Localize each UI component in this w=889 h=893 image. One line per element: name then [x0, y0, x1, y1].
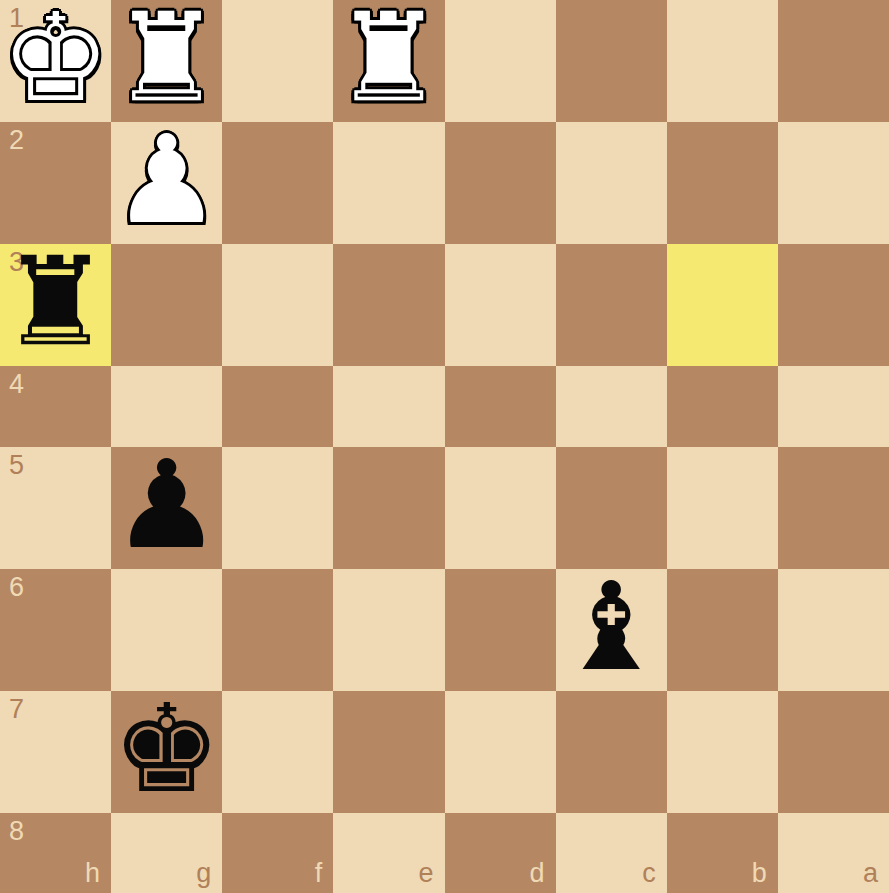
square-h6[interactable]: 6: [0, 569, 111, 691]
square-d2[interactable]: [445, 122, 556, 244]
square-g6[interactable]: [111, 569, 222, 691]
square-f8[interactable]: f: [222, 813, 333, 893]
square-b1[interactable]: [667, 0, 778, 122]
square-b2[interactable]: [667, 122, 778, 244]
square-g3[interactable]: [111, 244, 222, 366]
file-label-d: d: [530, 860, 545, 887]
square-a6[interactable]: [778, 569, 889, 691]
file-label-a: a: [863, 860, 878, 887]
square-c2[interactable]: [556, 122, 667, 244]
square-d8[interactable]: d: [445, 813, 556, 893]
file-label-g: g: [196, 860, 211, 887]
square-c8[interactable]: c: [556, 813, 667, 893]
square-h4[interactable]: 4: [0, 366, 111, 447]
square-c5[interactable]: [556, 447, 667, 569]
square-b7[interactable]: [667, 691, 778, 813]
square-b5[interactable]: [667, 447, 778, 569]
square-e5[interactable]: [333, 447, 444, 569]
square-f1[interactable]: [222, 0, 333, 122]
square-b4[interactable]: [667, 366, 778, 447]
square-a5[interactable]: [778, 447, 889, 569]
square-f5[interactable]: [222, 447, 333, 569]
white-king[interactable]: ♚: [1, 0, 110, 119]
square-a1[interactable]: [778, 0, 889, 122]
square-e8[interactable]: e: [333, 813, 444, 893]
square-g1[interactable]: ♜: [111, 0, 222, 122]
square-a3[interactable]: [778, 244, 889, 366]
rank-label-6: 6: [9, 574, 24, 601]
rank-label-5: 5: [9, 452, 24, 479]
square-f4[interactable]: [222, 366, 333, 447]
square-b8[interactable]: b: [667, 813, 778, 893]
square-g2[interactable]: ♟: [111, 122, 222, 244]
square-e3[interactable]: [333, 244, 444, 366]
square-f6[interactable]: [222, 569, 333, 691]
square-a2[interactable]: [778, 122, 889, 244]
square-h7[interactable]: 7: [0, 691, 111, 813]
white-pawn[interactable]: ♟: [112, 119, 221, 241]
black-rook[interactable]: ♜: [1, 241, 110, 363]
square-c3[interactable]: [556, 244, 667, 366]
square-d1[interactable]: [445, 0, 556, 122]
file-label-h: h: [85, 860, 100, 887]
square-h8[interactable]: 8h: [0, 813, 111, 893]
square-f7[interactable]: [222, 691, 333, 813]
square-h2[interactable]: 2: [0, 122, 111, 244]
square-c6[interactable]: ♝: [556, 569, 667, 691]
file-label-b: b: [752, 860, 767, 887]
square-f2[interactable]: [222, 122, 333, 244]
square-e1[interactable]: ♜: [333, 0, 444, 122]
square-e7[interactable]: [333, 691, 444, 813]
file-label-e: e: [418, 860, 433, 887]
square-d6[interactable]: [445, 569, 556, 691]
square-f3[interactable]: [222, 244, 333, 366]
square-c4[interactable]: [556, 366, 667, 447]
file-label-f: f: [315, 860, 323, 887]
square-a8[interactable]: a: [778, 813, 889, 893]
file-label-c: c: [642, 860, 656, 887]
square-e6[interactable]: [333, 569, 444, 691]
black-bishop[interactable]: ♝: [557, 566, 666, 688]
square-g7[interactable]: ♚: [111, 691, 222, 813]
black-pawn[interactable]: ♟: [112, 444, 221, 566]
square-h3[interactable]: 3♜: [0, 244, 111, 366]
square-a4[interactable]: [778, 366, 889, 447]
square-h1[interactable]: 1♚: [0, 0, 111, 122]
square-g5[interactable]: ♟: [111, 447, 222, 569]
rank-label-4: 4: [9, 371, 24, 398]
square-e4[interactable]: [333, 366, 444, 447]
square-d3[interactable]: [445, 244, 556, 366]
rank-label-8: 8: [9, 818, 24, 845]
rank-label-7: 7: [9, 696, 24, 723]
white-rook[interactable]: ♜: [334, 0, 443, 119]
rank-label-2: 2: [9, 127, 24, 154]
square-d7[interactable]: [445, 691, 556, 813]
square-c1[interactable]: [556, 0, 667, 122]
square-a7[interactable]: [778, 691, 889, 813]
square-c7[interactable]: [556, 691, 667, 813]
square-d5[interactable]: [445, 447, 556, 569]
square-b6[interactable]: [667, 569, 778, 691]
square-e2[interactable]: [333, 122, 444, 244]
black-king[interactable]: ♚: [112, 688, 221, 810]
square-d4[interactable]: [445, 366, 556, 447]
white-rook[interactable]: ♜: [112, 0, 221, 119]
chess-board: 1♚♜♜2♟3♜45♟6♝7♚8hgfedcba: [0, 0, 889, 893]
square-h5[interactable]: 5: [0, 447, 111, 569]
square-g8[interactable]: g: [111, 813, 222, 893]
square-b3[interactable]: [667, 244, 778, 366]
